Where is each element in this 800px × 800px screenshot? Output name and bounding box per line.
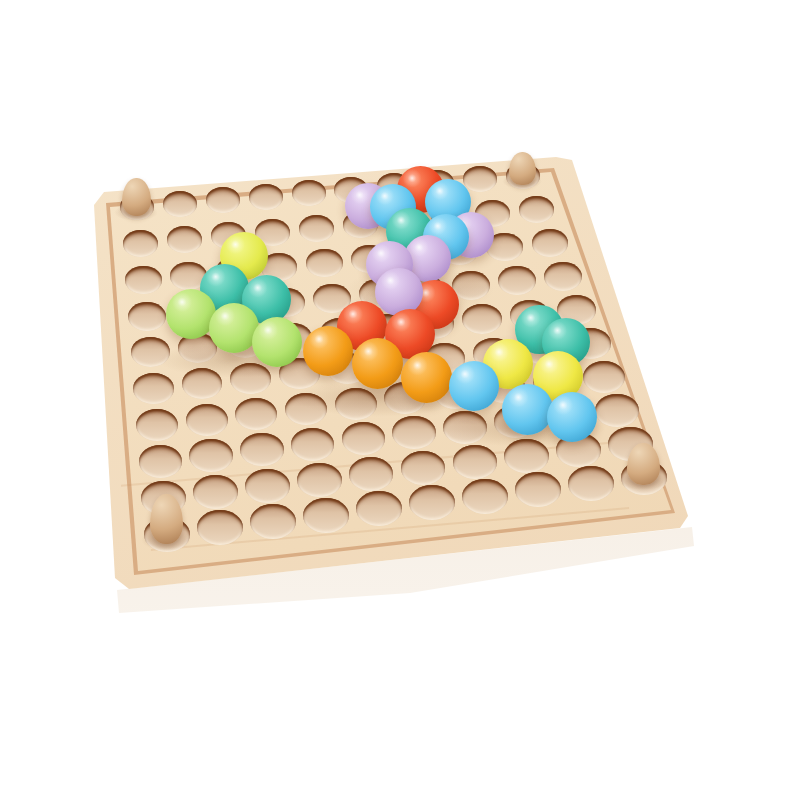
peg-hole [189,439,232,472]
bead-skyblue [502,384,553,435]
corner-peg [509,152,536,185]
peg-hole [349,457,394,491]
peg-hole [462,479,508,514]
peg-hole [163,191,197,217]
bead-orange [303,326,353,376]
peg-hole [453,445,498,479]
peg-hole [123,230,158,257]
peg-hole [186,404,228,436]
corner-peg [150,494,183,544]
peg-hole [532,229,569,257]
peg-hole [136,409,178,441]
board-layer [0,0,800,800]
peg-hole [245,469,290,503]
peg-hole [291,428,334,461]
peg-hole [128,302,166,331]
peg-hole [292,180,326,206]
peg-hole [197,510,243,545]
peg-hole [583,361,625,393]
peg-hole [519,196,554,223]
peg-hole [133,373,174,404]
peg-hole [125,266,162,294]
peg-hole [356,491,402,526]
bead-orange [401,352,452,403]
peg-hole [193,475,238,509]
peg-hole [409,485,455,520]
bead-skyblue [449,361,499,411]
peg-hole [297,463,342,497]
peg-hole [544,262,582,291]
peg-hole [462,304,501,334]
peg-hole [240,433,283,466]
corner-peg [627,443,660,485]
peg-hole [303,498,349,533]
peg-hole [392,416,435,449]
bead-skyblue [547,392,597,442]
peg-hole [299,215,334,242]
peg-hole [306,249,343,277]
peg-hole [139,445,182,478]
peg-hole [167,226,202,253]
peg-hole [249,184,283,210]
product-photo-scene [0,0,800,800]
bead-orange [352,338,403,389]
peg-hole [342,422,385,455]
peg-hole [568,466,614,501]
peg-hole [206,187,240,213]
bead-lime [252,317,302,367]
corner-peg [122,178,151,216]
peg-hole [515,472,561,507]
peg-hole [250,504,296,539]
peg-hole [401,451,446,485]
